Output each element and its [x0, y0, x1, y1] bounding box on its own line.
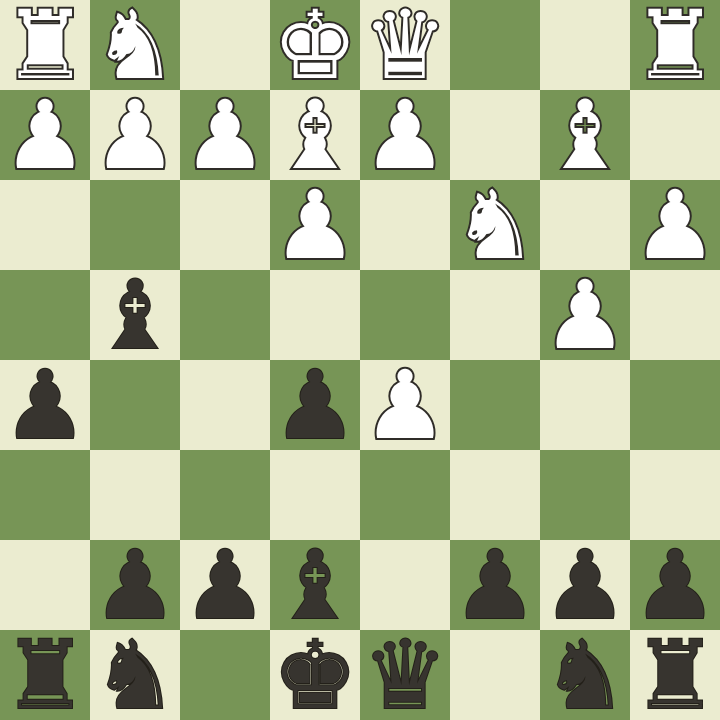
white-pawn-piece[interactable]: ♟: [542, 270, 627, 360]
square-f3[interactable]: [180, 180, 270, 270]
square-c8[interactable]: [450, 630, 540, 720]
black-knight-piece[interactable]: ♞: [542, 630, 627, 720]
square-a7[interactable]: ♟: [630, 540, 720, 630]
square-h7[interactable]: [0, 540, 90, 630]
black-rook-piece[interactable]: ♜: [2, 630, 87, 720]
square-b7[interactable]: ♟: [540, 540, 630, 630]
square-a4[interactable]: [630, 270, 720, 360]
square-d1[interactable]: ♛: [360, 0, 450, 90]
square-c6[interactable]: [450, 450, 540, 540]
square-e4[interactable]: [270, 270, 360, 360]
square-e6[interactable]: [270, 450, 360, 540]
square-e2[interactable]: ♝: [270, 90, 360, 180]
black-pawn-piece[interactable]: ♟: [542, 540, 627, 630]
white-knight-piece[interactable]: ♞: [452, 180, 537, 270]
square-b3[interactable]: [540, 180, 630, 270]
square-c4[interactable]: [450, 270, 540, 360]
square-a5[interactable]: [630, 360, 720, 450]
white-pawn-piece[interactable]: ♟: [92, 90, 177, 180]
black-king-piece[interactable]: ♚: [272, 630, 357, 720]
black-pawn-piece[interactable]: ♟: [92, 540, 177, 630]
square-d5[interactable]: ♟: [360, 360, 450, 450]
square-b2[interactable]: ♝: [540, 90, 630, 180]
square-a6[interactable]: [630, 450, 720, 540]
square-b4[interactable]: ♟: [540, 270, 630, 360]
white-rook-piece[interactable]: ♜: [632, 0, 717, 90]
square-d8[interactable]: ♛: [360, 630, 450, 720]
white-pawn-piece[interactable]: ♟: [362, 360, 447, 450]
white-pawn-piece[interactable]: ♟: [362, 90, 447, 180]
black-pawn-piece[interactable]: ♟: [632, 540, 717, 630]
square-a3[interactable]: ♟: [630, 180, 720, 270]
square-c2[interactable]: [450, 90, 540, 180]
square-h3[interactable]: [0, 180, 90, 270]
square-d3[interactable]: [360, 180, 450, 270]
square-g4[interactable]: ♝: [90, 270, 180, 360]
square-a8[interactable]: ♜: [630, 630, 720, 720]
square-e8[interactable]: ♚: [270, 630, 360, 720]
square-g5[interactable]: [90, 360, 180, 450]
square-e1[interactable]: ♚: [270, 0, 360, 90]
square-g8[interactable]: ♞: [90, 630, 180, 720]
white-rook-piece[interactable]: ♜: [2, 0, 87, 90]
square-g2[interactable]: ♟: [90, 90, 180, 180]
black-pawn-piece[interactable]: ♟: [182, 540, 267, 630]
square-d2[interactable]: ♟: [360, 90, 450, 180]
square-f4[interactable]: [180, 270, 270, 360]
chess-board: ♜♞♚♛♜♟♟♟♝♟♝♟♞♟♝♟♟♟♟♟♟♝♟♟♟♜♞♚♛♞♜: [0, 0, 720, 720]
white-bishop-piece[interactable]: ♝: [272, 90, 357, 180]
square-g1[interactable]: ♞: [90, 0, 180, 90]
square-e5[interactable]: ♟: [270, 360, 360, 450]
square-g6[interactable]: [90, 450, 180, 540]
square-c7[interactable]: ♟: [450, 540, 540, 630]
square-d4[interactable]: [360, 270, 450, 360]
square-f6[interactable]: [180, 450, 270, 540]
square-c3[interactable]: ♞: [450, 180, 540, 270]
white-king-piece[interactable]: ♚: [272, 0, 357, 90]
black-pawn-piece[interactable]: ♟: [452, 540, 537, 630]
white-pawn-piece[interactable]: ♟: [182, 90, 267, 180]
square-f1[interactable]: [180, 0, 270, 90]
black-knight-piece[interactable]: ♞: [92, 630, 177, 720]
square-f5[interactable]: [180, 360, 270, 450]
square-g3[interactable]: [90, 180, 180, 270]
square-b8[interactable]: ♞: [540, 630, 630, 720]
square-h2[interactable]: ♟: [0, 90, 90, 180]
square-b1[interactable]: [540, 0, 630, 90]
square-h5[interactable]: ♟: [0, 360, 90, 450]
square-c1[interactable]: [450, 0, 540, 90]
white-bishop-piece[interactable]: ♝: [542, 90, 627, 180]
square-a1[interactable]: ♜: [630, 0, 720, 90]
square-f2[interactable]: ♟: [180, 90, 270, 180]
square-b5[interactable]: [540, 360, 630, 450]
square-a2[interactable]: [630, 90, 720, 180]
square-f7[interactable]: ♟: [180, 540, 270, 630]
square-d7[interactable]: [360, 540, 450, 630]
white-pawn-piece[interactable]: ♟: [272, 180, 357, 270]
square-e7[interactable]: ♝: [270, 540, 360, 630]
square-h1[interactable]: ♜: [0, 0, 90, 90]
square-h4[interactable]: [0, 270, 90, 360]
black-rook-piece[interactable]: ♜: [632, 630, 717, 720]
white-queen-piece[interactable]: ♛: [362, 0, 447, 90]
square-e3[interactable]: ♟: [270, 180, 360, 270]
square-g7[interactable]: ♟: [90, 540, 180, 630]
white-knight-piece[interactable]: ♞: [92, 0, 177, 90]
square-h8[interactable]: ♜: [0, 630, 90, 720]
black-bishop-piece[interactable]: ♝: [272, 540, 357, 630]
square-b6[interactable]: [540, 450, 630, 540]
white-pawn-piece[interactable]: ♟: [2, 90, 87, 180]
square-f8[interactable]: [180, 630, 270, 720]
black-pawn-piece[interactable]: ♟: [2, 360, 87, 450]
black-pawn-piece[interactable]: ♟: [272, 360, 357, 450]
square-d6[interactable]: [360, 450, 450, 540]
square-c5[interactable]: [450, 360, 540, 450]
white-pawn-piece[interactable]: ♟: [632, 180, 717, 270]
square-h6[interactable]: [0, 450, 90, 540]
black-queen-piece[interactable]: ♛: [362, 630, 447, 720]
black-bishop-piece[interactable]: ♝: [92, 270, 177, 360]
